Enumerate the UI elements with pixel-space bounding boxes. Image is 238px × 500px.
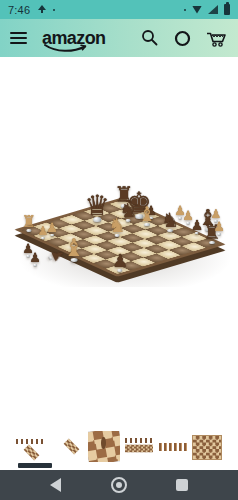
amazon-logo[interactable]: amazon bbox=[42, 29, 105, 47]
android-nav-bar bbox=[0, 470, 238, 500]
maple-pawn-offboard: ♟ bbox=[213, 220, 225, 233]
cart-icon[interactable] bbox=[206, 29, 228, 48]
phone-screen: 7:46 amazon bbox=[0, 0, 238, 500]
battery-icon bbox=[224, 4, 230, 15]
thumbnail-2[interactable] bbox=[56, 437, 86, 457]
smile-arrow-icon bbox=[43, 43, 89, 54]
clock: 7:46 bbox=[8, 4, 30, 16]
back-icon[interactable] bbox=[50, 478, 61, 492]
thumbnail-4[interactable] bbox=[123, 438, 155, 456]
walnut-queen: ♛ bbox=[84, 192, 109, 220]
walnut-pawn-offboard: ♟ bbox=[29, 251, 41, 264]
recents-icon[interactable] bbox=[176, 479, 188, 491]
signal-icon bbox=[208, 5, 218, 14]
product-photo[interactable]: ♛♜♞♚♞♝♜♟♟♟♟♟♟♜♟♟♝♞♝♟♟♟♟ bbox=[0, 57, 238, 430]
status-right bbox=[184, 4, 230, 15]
search-icon[interactable] bbox=[141, 29, 159, 47]
maple-bishop: ♝ bbox=[138, 204, 156, 224]
header-actions bbox=[141, 29, 228, 48]
menu-icon[interactable] bbox=[10, 32, 27, 45]
notification-dot-icon bbox=[53, 9, 55, 11]
thumbnail-1[interactable] bbox=[14, 439, 48, 457]
circle-icon[interactable] bbox=[174, 30, 191, 47]
thumbnail-5[interactable] bbox=[159, 443, 189, 451]
maple-rook: ♜ bbox=[22, 214, 36, 230]
gallery-scroll-indicator[interactable] bbox=[18, 463, 52, 468]
thumbnail-3-selected[interactable] bbox=[88, 431, 120, 462]
status-left: 7:46 bbox=[8, 4, 55, 16]
thumbnail-6[interactable] bbox=[192, 435, 222, 460]
app-header: amazon bbox=[0, 19, 238, 57]
maple-knight: ♞ bbox=[108, 216, 125, 235]
status-bar: 7:46 bbox=[0, 0, 238, 19]
upload-icon bbox=[37, 5, 46, 15]
thumbnail-strip bbox=[0, 430, 238, 464]
notification-dot-icon bbox=[184, 9, 186, 11]
maple-bishop: ♝ bbox=[63, 236, 85, 260]
maple-pawn: ♟ bbox=[38, 225, 49, 237]
walnut-pawn: ♟ bbox=[112, 252, 128, 270]
wifi-icon bbox=[192, 6, 202, 14]
maple-pawn: ♟ bbox=[182, 209, 194, 222]
home-icon[interactable] bbox=[111, 477, 127, 493]
